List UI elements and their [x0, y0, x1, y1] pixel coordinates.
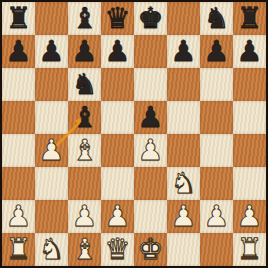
white-bishop[interactable]: ♝	[72, 134, 98, 167]
square-c7[interactable]: ♟	[68, 35, 101, 68]
square-g4[interactable]	[200, 134, 233, 167]
square-h8[interactable]: ♜	[233, 2, 266, 35]
white-pawn[interactable]: ♟	[6, 200, 32, 233]
black-knight[interactable]: ♞	[204, 2, 230, 35]
square-h6[interactable]	[233, 68, 266, 101]
square-c3[interactable]	[68, 167, 101, 200]
square-d3[interactable]	[101, 167, 134, 200]
white-pawn[interactable]: ♟	[171, 200, 197, 233]
black-king[interactable]: ♚	[138, 2, 164, 35]
black-pawn[interactable]: ♟	[138, 101, 164, 134]
square-h5[interactable]	[233, 101, 266, 134]
white-pawn[interactable]: ♟	[105, 200, 131, 233]
black-knight[interactable]: ♞	[72, 68, 98, 101]
chess-board-frame: ♜♝♛♚♞♜♟♟♟♟♟♟♟♞♝♟♟♝♟♞♟♟♟♟♟♟♜♞♝♛♚♜	[0, 0, 268, 268]
square-b2[interactable]	[35, 200, 68, 233]
white-bishop[interactable]: ♝	[72, 233, 98, 266]
square-e6[interactable]	[134, 68, 167, 101]
black-pawn[interactable]: ♟	[171, 35, 197, 68]
square-b5[interactable]	[35, 101, 68, 134]
square-c1[interactable]: ♝	[68, 233, 101, 266]
square-a7[interactable]: ♟	[2, 35, 35, 68]
black-pawn[interactable]: ♟	[39, 35, 65, 68]
square-h2[interactable]: ♟	[233, 200, 266, 233]
square-f1[interactable]	[167, 233, 200, 266]
white-pawn[interactable]: ♟	[39, 134, 65, 167]
square-g7[interactable]: ♟	[200, 35, 233, 68]
white-rook[interactable]: ♜	[237, 233, 263, 266]
square-f8[interactable]	[167, 2, 200, 35]
square-c2[interactable]: ♟	[68, 200, 101, 233]
black-pawn[interactable]: ♟	[72, 35, 98, 68]
square-e7[interactable]	[134, 35, 167, 68]
square-b8[interactable]	[35, 2, 68, 35]
chess-board: ♜♝♛♚♞♜♟♟♟♟♟♟♟♞♝♟♟♝♟♞♟♟♟♟♟♟♜♞♝♛♚♜	[2, 2, 266, 266]
square-e5[interactable]: ♟	[134, 101, 167, 134]
square-f7[interactable]: ♟	[167, 35, 200, 68]
white-pawn[interactable]: ♟	[204, 200, 230, 233]
square-e1[interactable]: ♚	[134, 233, 167, 266]
square-b3[interactable]	[35, 167, 68, 200]
square-d2[interactable]: ♟	[101, 200, 134, 233]
square-b1[interactable]: ♞	[35, 233, 68, 266]
white-pawn[interactable]: ♟	[237, 200, 263, 233]
square-d7[interactable]: ♟	[101, 35, 134, 68]
black-bishop[interactable]: ♝	[72, 101, 98, 134]
black-pawn[interactable]: ♟	[204, 35, 230, 68]
square-g3[interactable]	[200, 167, 233, 200]
square-c6[interactable]: ♞	[68, 68, 101, 101]
square-f6[interactable]	[167, 68, 200, 101]
square-a1[interactable]: ♜	[2, 233, 35, 266]
square-d5[interactable]	[101, 101, 134, 134]
square-g1[interactable]	[200, 233, 233, 266]
square-h3[interactable]	[233, 167, 266, 200]
square-e3[interactable]	[134, 167, 167, 200]
square-g6[interactable]	[200, 68, 233, 101]
white-pawn[interactable]: ♟	[72, 200, 98, 233]
square-g2[interactable]: ♟	[200, 200, 233, 233]
square-a6[interactable]	[2, 68, 35, 101]
square-e4[interactable]: ♟	[134, 134, 167, 167]
square-a2[interactable]: ♟	[2, 200, 35, 233]
black-queen[interactable]: ♛	[105, 2, 131, 35]
black-pawn[interactable]: ♟	[6, 35, 32, 68]
square-b6[interactable]	[35, 68, 68, 101]
square-h7[interactable]: ♟	[233, 35, 266, 68]
white-knight[interactable]: ♞	[171, 167, 197, 200]
square-a3[interactable]	[2, 167, 35, 200]
white-queen[interactable]: ♛	[105, 233, 131, 266]
square-f2[interactable]: ♟	[167, 200, 200, 233]
square-e8[interactable]: ♚	[134, 2, 167, 35]
white-king[interactable]: ♚	[138, 233, 164, 266]
square-h4[interactable]	[233, 134, 266, 167]
square-g5[interactable]	[200, 101, 233, 134]
square-a8[interactable]: ♜	[2, 2, 35, 35]
square-d4[interactable]	[101, 134, 134, 167]
square-b4[interactable]: ♟	[35, 134, 68, 167]
square-c5[interactable]: ♝	[68, 101, 101, 134]
square-a4[interactable]	[2, 134, 35, 167]
square-c4[interactable]: ♝	[68, 134, 101, 167]
square-d8[interactable]: ♛	[101, 2, 134, 35]
square-c8[interactable]: ♝	[68, 2, 101, 35]
square-g8[interactable]: ♞	[200, 2, 233, 35]
square-f3[interactable]: ♞	[167, 167, 200, 200]
square-f4[interactable]	[167, 134, 200, 167]
square-e2[interactable]	[134, 200, 167, 233]
black-pawn[interactable]: ♟	[105, 35, 131, 68]
white-pawn[interactable]: ♟	[138, 134, 164, 167]
square-f5[interactable]	[167, 101, 200, 134]
square-h1[interactable]: ♜	[233, 233, 266, 266]
white-rook[interactable]: ♜	[6, 233, 32, 266]
black-pawn[interactable]: ♟	[237, 35, 263, 68]
white-knight[interactable]: ♞	[39, 233, 65, 266]
black-rook[interactable]: ♜	[237, 2, 263, 35]
square-b7[interactable]: ♟	[35, 35, 68, 68]
square-d6[interactable]	[101, 68, 134, 101]
square-a5[interactable]	[2, 101, 35, 134]
black-rook[interactable]: ♜	[6, 2, 32, 35]
black-bishop[interactable]: ♝	[72, 2, 98, 35]
square-d1[interactable]: ♛	[101, 233, 134, 266]
